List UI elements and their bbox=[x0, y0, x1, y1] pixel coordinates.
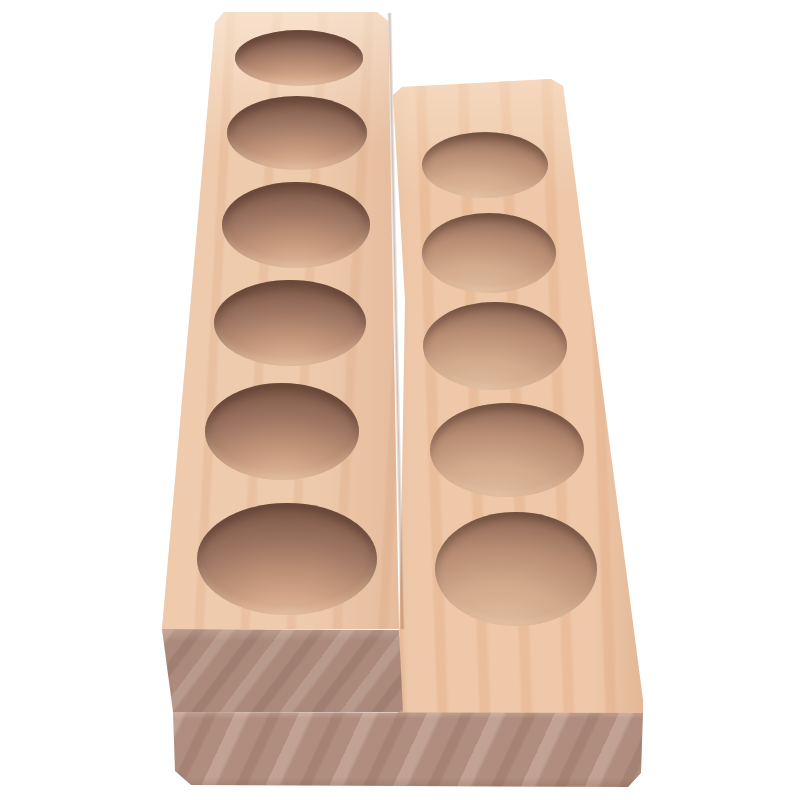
pit-left-3 bbox=[222, 182, 370, 268]
pit-right-3 bbox=[423, 302, 567, 390]
pit-left-2 bbox=[227, 96, 367, 170]
pit-left-6 bbox=[197, 503, 377, 615]
pit-left-1 bbox=[235, 30, 363, 86]
pit-right-2 bbox=[422, 213, 556, 293]
pit-left-4 bbox=[214, 280, 366, 366]
pit-right-4 bbox=[430, 403, 584, 497]
pit-right-5 bbox=[435, 512, 597, 626]
pit-right-1 bbox=[422, 132, 548, 198]
pit-left-5 bbox=[205, 383, 359, 480]
board-photo bbox=[0, 0, 800, 800]
left-rail-end-face bbox=[162, 629, 403, 712]
base-front-face bbox=[172, 711, 644, 788]
